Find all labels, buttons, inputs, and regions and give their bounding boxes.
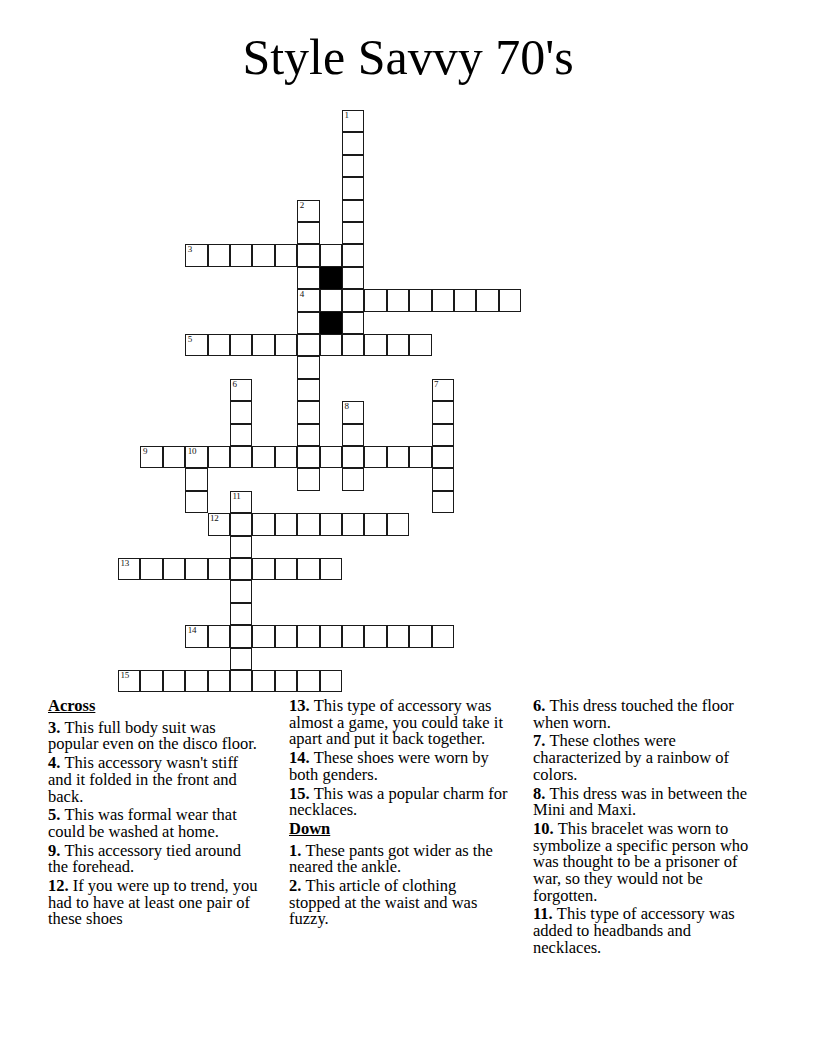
grid-cell[interactable]: 4 bbox=[297, 289, 319, 311]
blocked-cell bbox=[320, 267, 342, 289]
clue-item-number: 1. bbox=[289, 841, 306, 860]
grid-cell[interactable] bbox=[387, 446, 409, 468]
clue-item-number: 8. bbox=[533, 784, 550, 803]
grid-cell[interactable] bbox=[275, 446, 297, 468]
grid-cell[interactable] bbox=[387, 513, 409, 535]
grid-cell[interactable] bbox=[432, 446, 454, 468]
grid-cell[interactable] bbox=[297, 625, 319, 647]
grid-cell[interactable] bbox=[208, 334, 230, 356]
grid-cell[interactable] bbox=[342, 625, 364, 647]
grid-cell[interactable]: 15 bbox=[118, 670, 140, 692]
clue-item-number: 14. bbox=[289, 748, 314, 767]
grid-cell[interactable] bbox=[342, 334, 364, 356]
clue-item-number: 12. bbox=[48, 876, 73, 895]
grid-cell[interactable] bbox=[342, 424, 364, 446]
grid-cell[interactable] bbox=[297, 513, 319, 535]
grid-cell[interactable] bbox=[342, 222, 364, 244]
grid-cell[interactable] bbox=[230, 513, 252, 535]
grid-cell[interactable] bbox=[185, 468, 207, 490]
clue-number: 12 bbox=[210, 514, 218, 523]
grid-cell[interactable] bbox=[252, 670, 274, 692]
clue-item: 10. This bracelet was worn to symbolize … bbox=[533, 821, 759, 905]
clue-item: 14. These shoes were worn by both gender… bbox=[289, 750, 509, 783]
grid-cell[interactable] bbox=[432, 468, 454, 490]
clues-column-3: 6. This dress touched the floor when wor… bbox=[533, 698, 759, 959]
grid-cell[interactable] bbox=[230, 603, 252, 625]
clue-item-number: 7. bbox=[533, 731, 550, 750]
grid-cell[interactable] bbox=[230, 648, 252, 670]
grid-cell[interactable] bbox=[230, 558, 252, 580]
grid-cell[interactable] bbox=[320, 558, 342, 580]
clue-number: 4 bbox=[300, 290, 304, 299]
clue-item: 15. This was a popular charm for necklac… bbox=[289, 786, 509, 819]
clue-item: 3. This full body suit was popular even … bbox=[48, 720, 264, 753]
crossword-grid: 123456789101112131415 bbox=[118, 110, 522, 693]
grid-cell[interactable] bbox=[275, 670, 297, 692]
grid-cell[interactable] bbox=[252, 446, 274, 468]
grid-cell[interactable] bbox=[342, 312, 364, 334]
grid-cell[interactable] bbox=[342, 132, 364, 154]
grid-cell[interactable] bbox=[409, 446, 431, 468]
grid-cell[interactable] bbox=[252, 625, 274, 647]
grid-cell[interactable] bbox=[432, 401, 454, 423]
grid-cell[interactable] bbox=[230, 446, 252, 468]
grid-cell[interactable] bbox=[252, 513, 274, 535]
grid-cell[interactable]: 1 bbox=[342, 110, 364, 132]
grid-cell[interactable] bbox=[297, 558, 319, 580]
grid-cell[interactable] bbox=[275, 558, 297, 580]
grid-cell[interactable] bbox=[275, 244, 297, 266]
clue-item: 9. This accessory tied around the forehe… bbox=[48, 843, 264, 876]
grid-cell[interactable] bbox=[275, 513, 297, 535]
grid-cell[interactable] bbox=[297, 267, 319, 289]
grid-cell[interactable] bbox=[297, 468, 319, 490]
clue-item-number: 15. bbox=[289, 784, 314, 803]
grid-cell[interactable] bbox=[208, 670, 230, 692]
grid-cell[interactable] bbox=[297, 244, 319, 266]
grid-cell[interactable] bbox=[342, 155, 364, 177]
grid-cell[interactable] bbox=[252, 244, 274, 266]
clue-item: 12. If you were up to trend, you had to … bbox=[48, 878, 264, 928]
grid-cell[interactable] bbox=[432, 289, 454, 311]
grid-cell[interactable] bbox=[342, 267, 364, 289]
grid-cell[interactable] bbox=[230, 625, 252, 647]
clue-number: 13 bbox=[121, 559, 129, 568]
clue-number: 1 bbox=[345, 111, 349, 120]
grid-cell[interactable] bbox=[342, 244, 364, 266]
clue-item-number: 10. bbox=[533, 819, 558, 838]
clue-item: 8. This dress was in between the Mini an… bbox=[533, 786, 759, 819]
clue-item-number: 11. bbox=[533, 904, 557, 923]
clue-item: 1. These pants got wider as the neared t… bbox=[289, 843, 509, 876]
grid-cell[interactable]: 5 bbox=[185, 334, 207, 356]
clue-item: 4. This accessory wasn't stiff and it fo… bbox=[48, 755, 264, 805]
clue-number: 10 bbox=[188, 447, 196, 456]
grid-cell[interactable] bbox=[140, 558, 162, 580]
grid-cell[interactable] bbox=[364, 289, 386, 311]
grid-cell[interactable] bbox=[230, 401, 252, 423]
grid-cell[interactable] bbox=[230, 334, 252, 356]
grid-cell[interactable] bbox=[454, 289, 476, 311]
grid-cell[interactable] bbox=[297, 222, 319, 244]
clue-number: 9 bbox=[143, 447, 147, 456]
grid-cell[interactable] bbox=[163, 558, 185, 580]
grid-cell[interactable] bbox=[387, 625, 409, 647]
grid-cell[interactable] bbox=[364, 513, 386, 535]
clue-item: 7. These clothes were characterized by a… bbox=[533, 733, 759, 783]
clue-item: 11. This type of accessory was added to … bbox=[533, 906, 759, 956]
grid-cell[interactable]: 8 bbox=[342, 401, 364, 423]
clue-number: 2 bbox=[300, 201, 304, 210]
grid-cell[interactable] bbox=[342, 200, 364, 222]
grid-cell[interactable] bbox=[342, 446, 364, 468]
grid-cell[interactable] bbox=[297, 424, 319, 446]
grid-cell[interactable] bbox=[320, 289, 342, 311]
grid-cell[interactable] bbox=[499, 289, 521, 311]
grid-cell[interactable] bbox=[342, 513, 364, 535]
grid-cell[interactable] bbox=[208, 625, 230, 647]
clue-number: 14 bbox=[188, 626, 196, 635]
grid-cell[interactable] bbox=[432, 424, 454, 446]
down-header: Down bbox=[289, 821, 509, 838]
grid-cell[interactable] bbox=[409, 334, 431, 356]
clue-item-number: 4. bbox=[48, 753, 65, 772]
clue-item: 6. This dress touched the floor when wor… bbox=[533, 698, 759, 731]
page: Style Savvy 70's 123456789101112131415 A… bbox=[0, 0, 816, 1056]
grid-cell[interactable] bbox=[364, 625, 386, 647]
clue-number: 8 bbox=[345, 402, 349, 411]
clue-item-number: 5. bbox=[48, 805, 65, 824]
grid-cell[interactable]: 7 bbox=[432, 379, 454, 401]
blocked-cell bbox=[320, 312, 342, 334]
grid-cell[interactable] bbox=[140, 670, 162, 692]
grid-cell[interactable] bbox=[185, 670, 207, 692]
clue-item-number: 6. bbox=[533, 696, 550, 715]
grid-cell[interactable] bbox=[185, 491, 207, 513]
clue-item: 13. This type of accessory was almost a … bbox=[289, 698, 509, 748]
clue-number: 11 bbox=[233, 492, 241, 501]
clue-item-number: 9. bbox=[48, 841, 65, 860]
grid-cell[interactable] bbox=[230, 670, 252, 692]
clue-number: 15 bbox=[121, 671, 129, 680]
grid-cell[interactable] bbox=[320, 334, 342, 356]
grid-cell[interactable] bbox=[342, 177, 364, 199]
grid-cell[interactable] bbox=[230, 244, 252, 266]
grid-cell[interactable] bbox=[320, 670, 342, 692]
clues-column-1: Across3. This full body suit was popular… bbox=[48, 698, 264, 930]
grid-cell[interactable]: 14 bbox=[185, 625, 207, 647]
grid-cell[interactable] bbox=[208, 446, 230, 468]
grid-cell[interactable]: 2 bbox=[297, 200, 319, 222]
grid-cell[interactable]: 11 bbox=[230, 491, 252, 513]
grid-cell[interactable]: 12 bbox=[208, 513, 230, 535]
grid-cell[interactable] bbox=[230, 536, 252, 558]
clue-item-number: 3. bbox=[48, 718, 65, 737]
clue-number: 6 bbox=[233, 380, 237, 389]
grid-cell[interactable] bbox=[320, 625, 342, 647]
grid-cell[interactable] bbox=[163, 670, 185, 692]
grid-cell[interactable] bbox=[409, 289, 431, 311]
grid-cell[interactable] bbox=[364, 446, 386, 468]
grid-cell[interactable] bbox=[320, 446, 342, 468]
grid-cell[interactable] bbox=[297, 334, 319, 356]
grid-cell[interactable] bbox=[476, 289, 498, 311]
clue-item: 2. This article of clothing stopped at t… bbox=[289, 878, 509, 928]
grid-cell[interactable] bbox=[230, 424, 252, 446]
grid-cell[interactable] bbox=[297, 312, 319, 334]
grid-cell[interactable] bbox=[387, 289, 409, 311]
grid-cell[interactable] bbox=[364, 334, 386, 356]
clue-number: 7 bbox=[434, 380, 438, 389]
grid-cell[interactable]: 13 bbox=[118, 558, 140, 580]
grid-cell[interactable]: 9 bbox=[140, 446, 162, 468]
grid-cell[interactable] bbox=[387, 334, 409, 356]
clue-item: 5. This was formal wear that could be wa… bbox=[48, 807, 264, 840]
grid-cell[interactable] bbox=[252, 334, 274, 356]
grid-cell[interactable] bbox=[185, 558, 207, 580]
grid-cell[interactable] bbox=[320, 513, 342, 535]
grid-cell[interactable] bbox=[297, 401, 319, 423]
clue-number: 5 bbox=[188, 335, 192, 344]
clue-item-number: 13. bbox=[289, 696, 314, 715]
grid-cell[interactable] bbox=[297, 379, 319, 401]
grid-cell[interactable] bbox=[208, 558, 230, 580]
clues-column-2: 13. This type of accessory was almost a … bbox=[289, 698, 509, 930]
grid-cell[interactable] bbox=[320, 244, 342, 266]
grid-cell[interactable]: 10 bbox=[185, 446, 207, 468]
grid-cell[interactable] bbox=[208, 244, 230, 266]
clue-number: 3 bbox=[188, 245, 192, 254]
grid-cell[interactable] bbox=[163, 446, 185, 468]
grid-cell[interactable]: 3 bbox=[185, 244, 207, 266]
grid-cell[interactable] bbox=[275, 625, 297, 647]
grid-cell[interactable] bbox=[297, 670, 319, 692]
grid-cell[interactable]: 6 bbox=[230, 379, 252, 401]
grid-cell[interactable] bbox=[342, 289, 364, 311]
puzzle-title: Style Savvy 70's bbox=[0, 32, 816, 82]
grid-cell[interactable] bbox=[297, 446, 319, 468]
across-header: Across bbox=[48, 698, 264, 715]
grid-cell[interactable] bbox=[297, 356, 319, 378]
grid-cell[interactable] bbox=[432, 491, 454, 513]
grid-cell[interactable] bbox=[275, 334, 297, 356]
grid-cell[interactable] bbox=[230, 580, 252, 602]
clue-item-number: 2. bbox=[289, 876, 306, 895]
grid-cell[interactable] bbox=[342, 468, 364, 490]
grid-cell[interactable] bbox=[409, 625, 431, 647]
grid-cell[interactable] bbox=[252, 558, 274, 580]
grid-cell[interactable] bbox=[432, 625, 454, 647]
